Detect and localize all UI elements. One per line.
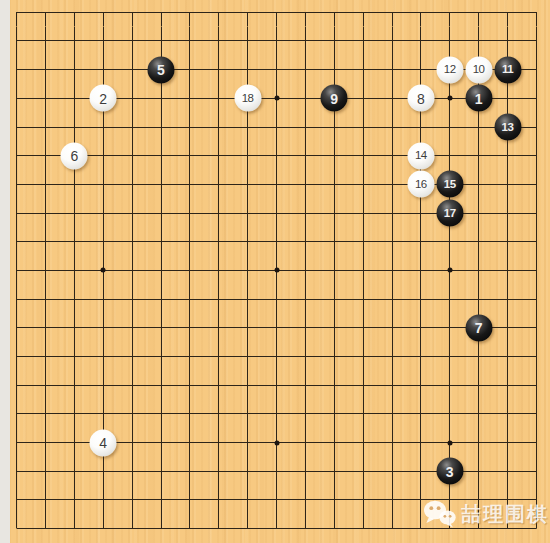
board-intersection bbox=[349, 170, 378, 199]
board-intersection bbox=[262, 428, 291, 457]
board-intersection bbox=[493, 84, 522, 113]
board-intersection bbox=[89, 141, 118, 170]
move-number: 9 bbox=[330, 91, 338, 105]
board-intersection bbox=[522, 227, 550, 256]
board-intersection bbox=[349, 141, 378, 170]
board-intersection bbox=[493, 141, 522, 170]
board-intersection bbox=[349, 113, 378, 142]
board-intersection bbox=[31, 428, 60, 457]
board-intersection bbox=[435, 84, 464, 113]
board-intersection bbox=[262, 256, 291, 285]
board-intersection bbox=[522, 285, 550, 314]
board-intersection bbox=[60, 170, 89, 199]
board-intersection bbox=[349, 84, 378, 113]
board-intersection bbox=[493, 0, 522, 27]
board-intersection bbox=[60, 55, 89, 84]
board-intersection bbox=[493, 27, 522, 56]
board-intersection bbox=[118, 227, 147, 256]
board-intersection bbox=[233, 55, 262, 84]
board-intersection: 10 bbox=[464, 55, 493, 84]
board-intersection bbox=[262, 170, 291, 199]
move-number: 13 bbox=[502, 121, 514, 133]
board-intersection bbox=[204, 141, 233, 170]
board-intersection bbox=[435, 313, 464, 342]
stone-black-3: 3 bbox=[436, 458, 463, 485]
board-intersection bbox=[175, 0, 204, 27]
board-intersection bbox=[378, 199, 407, 228]
board-intersection bbox=[262, 400, 291, 429]
board-intersection bbox=[291, 84, 320, 113]
stone-black-15: 15 bbox=[436, 171, 463, 198]
board-intersection bbox=[89, 285, 118, 314]
stone-black-17: 17 bbox=[436, 200, 463, 227]
board-intersection bbox=[291, 457, 320, 486]
board-intersection bbox=[291, 428, 320, 457]
star-point bbox=[274, 268, 279, 273]
board-intersection bbox=[378, 55, 407, 84]
board-intersection bbox=[406, 400, 435, 429]
left-margin-strip bbox=[0, 0, 10, 543]
board-intersection bbox=[204, 400, 233, 429]
wechat-icon bbox=[423, 500, 456, 528]
board-intersection bbox=[464, 27, 493, 56]
star-point bbox=[274, 440, 279, 445]
board-intersection bbox=[493, 342, 522, 371]
board-intersection: 11 bbox=[493, 55, 522, 84]
stone-white-8: 8 bbox=[407, 85, 434, 112]
board-intersection: 13 bbox=[493, 113, 522, 142]
board-intersection bbox=[522, 0, 550, 27]
board-intersection bbox=[320, 514, 349, 543]
board-intersection bbox=[464, 285, 493, 314]
board-intersection bbox=[464, 170, 493, 199]
board-intersection: 3 bbox=[435, 457, 464, 486]
board-intersection bbox=[118, 55, 147, 84]
stone-white-18: 18 bbox=[234, 85, 261, 112]
board-intersection bbox=[204, 342, 233, 371]
watermark-text: 喆理围棋 bbox=[461, 501, 549, 528]
board-intersection bbox=[291, 227, 320, 256]
move-number: 11 bbox=[502, 64, 513, 76]
board-intersection bbox=[378, 342, 407, 371]
stone-black-7: 7 bbox=[465, 314, 492, 341]
board-intersection bbox=[233, 457, 262, 486]
board-intersection bbox=[60, 486, 89, 515]
move-number: 1 bbox=[475, 91, 483, 105]
board-intersection bbox=[31, 141, 60, 170]
board-intersection bbox=[349, 256, 378, 285]
move-number: 5 bbox=[157, 63, 165, 77]
board-intersection: 8 bbox=[406, 84, 435, 113]
board-intersection bbox=[464, 141, 493, 170]
board-intersection bbox=[89, 27, 118, 56]
board-intersection bbox=[349, 400, 378, 429]
board-intersection bbox=[204, 457, 233, 486]
board-intersection bbox=[233, 400, 262, 429]
board-intersection bbox=[204, 313, 233, 342]
board-intersection bbox=[406, 313, 435, 342]
move-number: 18 bbox=[242, 93, 254, 105]
board-intersection bbox=[349, 0, 378, 27]
board-intersection bbox=[262, 199, 291, 228]
board-intersection bbox=[262, 227, 291, 256]
board-intersection bbox=[147, 0, 176, 27]
board-intersection bbox=[31, 199, 60, 228]
board-intersection bbox=[406, 227, 435, 256]
board-intersection bbox=[291, 400, 320, 429]
board-intersection bbox=[406, 199, 435, 228]
board-intersection bbox=[522, 141, 550, 170]
board-intersection: 9 bbox=[320, 84, 349, 113]
board-intersection: 7 bbox=[464, 313, 493, 342]
board-intersection bbox=[522, 457, 550, 486]
board-intersection bbox=[175, 486, 204, 515]
board-intersection bbox=[175, 113, 204, 142]
board-intersection bbox=[291, 141, 320, 170]
go-diagram: 512101121898113614161517743 喆理围棋 bbox=[0, 0, 550, 543]
board-intersection bbox=[89, 371, 118, 400]
board-intersection bbox=[493, 285, 522, 314]
board-intersection bbox=[262, 0, 291, 27]
board-intersection bbox=[493, 199, 522, 228]
board-intersection bbox=[31, 55, 60, 84]
board-intersection bbox=[233, 256, 262, 285]
board-intersection bbox=[320, 400, 349, 429]
board-intersection bbox=[262, 113, 291, 142]
board-intersection bbox=[349, 313, 378, 342]
stone-white-4: 4 bbox=[90, 429, 117, 456]
board-intersection bbox=[320, 256, 349, 285]
board-intersection bbox=[320, 457, 349, 486]
stone-black-5: 5 bbox=[148, 56, 175, 83]
board-intersection bbox=[147, 371, 176, 400]
board-intersection bbox=[204, 514, 233, 543]
board-intersection bbox=[522, 371, 550, 400]
board-intersection bbox=[349, 371, 378, 400]
board-intersection bbox=[378, 285, 407, 314]
board-intersection bbox=[262, 371, 291, 400]
board-intersection bbox=[233, 428, 262, 457]
board-intersection bbox=[435, 428, 464, 457]
board-intersection bbox=[31, 227, 60, 256]
board-intersection bbox=[175, 256, 204, 285]
board-intersection bbox=[320, 141, 349, 170]
board-intersection bbox=[233, 0, 262, 27]
move-number: 10 bbox=[473, 64, 485, 76]
board-intersection bbox=[147, 27, 176, 56]
board-intersection bbox=[464, 342, 493, 371]
board-intersection bbox=[378, 457, 407, 486]
board-intersection bbox=[175, 27, 204, 56]
board-intersection bbox=[147, 400, 176, 429]
board-intersection bbox=[435, 141, 464, 170]
board-intersection bbox=[175, 313, 204, 342]
board-intersection bbox=[118, 371, 147, 400]
board-intersection bbox=[60, 113, 89, 142]
board-intersection bbox=[406, 371, 435, 400]
board-intersection bbox=[60, 0, 89, 27]
board-intersection bbox=[406, 113, 435, 142]
board-intersection bbox=[493, 428, 522, 457]
board-intersection bbox=[204, 227, 233, 256]
board-intersection bbox=[60, 313, 89, 342]
stone-black-1: 1 bbox=[465, 85, 492, 112]
move-number: 7 bbox=[475, 321, 483, 335]
board-intersection bbox=[175, 342, 204, 371]
board-intersection bbox=[378, 141, 407, 170]
board-intersection bbox=[60, 285, 89, 314]
board-intersection: 6 bbox=[60, 141, 89, 170]
board-intersection bbox=[233, 113, 262, 142]
board-intersection bbox=[349, 285, 378, 314]
board-intersection bbox=[320, 371, 349, 400]
go-board: 512101121898113614161517743 bbox=[2, 0, 550, 543]
board-intersection bbox=[233, 313, 262, 342]
star-point bbox=[447, 268, 452, 273]
board-intersection bbox=[464, 428, 493, 457]
board-intersection bbox=[175, 55, 204, 84]
board-intersection bbox=[118, 313, 147, 342]
move-number: 12 bbox=[444, 64, 456, 76]
board-intersection bbox=[175, 199, 204, 228]
move-number: 16 bbox=[415, 179, 427, 191]
board-intersection bbox=[233, 285, 262, 314]
board-intersection bbox=[89, 113, 118, 142]
board-intersection bbox=[175, 514, 204, 543]
board-intersection bbox=[493, 256, 522, 285]
stone-white-14: 14 bbox=[407, 142, 434, 169]
board-intersection: 2 bbox=[89, 84, 118, 113]
board-intersection bbox=[118, 170, 147, 199]
board-intersection bbox=[262, 285, 291, 314]
board-intersection bbox=[204, 486, 233, 515]
board-intersection bbox=[89, 227, 118, 256]
board-intersection bbox=[204, 371, 233, 400]
board-intersection bbox=[291, 313, 320, 342]
board-intersection bbox=[233, 141, 262, 170]
board-intersection bbox=[406, 285, 435, 314]
board-intersection bbox=[349, 486, 378, 515]
board-intersection bbox=[204, 170, 233, 199]
board-intersection bbox=[233, 199, 262, 228]
board-intersection: 14 bbox=[406, 141, 435, 170]
move-number: 15 bbox=[444, 179, 456, 191]
board-intersection: 15 bbox=[435, 170, 464, 199]
move-number: 14 bbox=[415, 150, 427, 162]
board-intersection: 12 bbox=[435, 55, 464, 84]
board-intersection: 16 bbox=[406, 170, 435, 199]
board-intersection bbox=[522, 256, 550, 285]
board-intersection bbox=[493, 371, 522, 400]
stone-white-6: 6 bbox=[61, 142, 88, 169]
board-intersection bbox=[349, 514, 378, 543]
board-intersection bbox=[522, 170, 550, 199]
board-intersection bbox=[31, 113, 60, 142]
board-intersection bbox=[378, 514, 407, 543]
board-intersection bbox=[31, 486, 60, 515]
board-intersection bbox=[406, 256, 435, 285]
board-intersection bbox=[291, 113, 320, 142]
board-intersection bbox=[60, 27, 89, 56]
board-intersection bbox=[291, 199, 320, 228]
board-intersection bbox=[262, 342, 291, 371]
stone-white-2: 2 bbox=[90, 85, 117, 112]
board-intersection: 4 bbox=[89, 428, 118, 457]
move-number: 6 bbox=[70, 149, 78, 163]
board-intersection bbox=[522, 199, 550, 228]
board-intersection bbox=[435, 27, 464, 56]
board-intersection bbox=[349, 227, 378, 256]
board-intersection bbox=[378, 313, 407, 342]
board-intersection bbox=[89, 199, 118, 228]
board-intersection bbox=[118, 113, 147, 142]
board-intersection bbox=[175, 371, 204, 400]
board-intersection bbox=[204, 27, 233, 56]
board-intersection bbox=[464, 199, 493, 228]
board-intersection bbox=[493, 400, 522, 429]
board-intersection bbox=[349, 27, 378, 56]
board-intersection bbox=[118, 285, 147, 314]
board-intersection bbox=[291, 55, 320, 84]
board-intersection bbox=[320, 428, 349, 457]
board-intersection bbox=[89, 486, 118, 515]
board-intersection bbox=[320, 199, 349, 228]
board-intersection bbox=[204, 199, 233, 228]
board-intersection bbox=[175, 285, 204, 314]
board-intersection: 1 bbox=[464, 84, 493, 113]
board-intersection bbox=[378, 113, 407, 142]
board-intersection bbox=[522, 27, 550, 56]
board-intersection bbox=[204, 428, 233, 457]
board-intersection bbox=[89, 342, 118, 371]
board-intersection bbox=[31, 400, 60, 429]
board-intersection bbox=[349, 342, 378, 371]
board-intersection bbox=[378, 428, 407, 457]
board-intersection bbox=[522, 400, 550, 429]
board-intersection bbox=[378, 256, 407, 285]
board-intersection bbox=[233, 371, 262, 400]
board-intersection bbox=[464, 113, 493, 142]
board-intersection bbox=[262, 141, 291, 170]
board-intersection bbox=[522, 313, 550, 342]
star-point bbox=[274, 96, 279, 101]
board-intersection bbox=[320, 227, 349, 256]
board-intersection bbox=[118, 141, 147, 170]
board-intersection bbox=[378, 486, 407, 515]
board-intersection bbox=[320, 55, 349, 84]
board-intersection bbox=[31, 256, 60, 285]
board-intersection bbox=[204, 113, 233, 142]
board-intersection bbox=[31, 0, 60, 27]
board-intersection bbox=[406, 0, 435, 27]
board-intersection bbox=[60, 514, 89, 543]
board-intersection: 5 bbox=[147, 55, 176, 84]
board-intersection bbox=[31, 84, 60, 113]
board-intersection bbox=[175, 227, 204, 256]
board-intersection bbox=[147, 141, 176, 170]
board-intersection bbox=[493, 227, 522, 256]
board-intersection bbox=[60, 400, 89, 429]
board-intersection bbox=[60, 84, 89, 113]
board-intersection: 18 bbox=[233, 84, 262, 113]
board-intersection bbox=[60, 428, 89, 457]
watermark: 喆理围棋 bbox=[423, 500, 549, 528]
board-intersection bbox=[464, 256, 493, 285]
board-intersection bbox=[464, 0, 493, 27]
board-intersection bbox=[233, 514, 262, 543]
board-intersection bbox=[349, 199, 378, 228]
board-intersection bbox=[522, 428, 550, 457]
board-intersection bbox=[147, 486, 176, 515]
board-intersection bbox=[147, 313, 176, 342]
board-intersection bbox=[291, 342, 320, 371]
board-intersection bbox=[118, 0, 147, 27]
board-intersection bbox=[175, 170, 204, 199]
board-intersection bbox=[320, 342, 349, 371]
board-intersection bbox=[406, 55, 435, 84]
board-intersection bbox=[406, 342, 435, 371]
move-number: 8 bbox=[417, 91, 425, 105]
board-intersection bbox=[147, 514, 176, 543]
board-intersection bbox=[204, 285, 233, 314]
board-intersection bbox=[118, 400, 147, 429]
board-intersection bbox=[378, 170, 407, 199]
board-intersection bbox=[291, 170, 320, 199]
board-intersection bbox=[320, 113, 349, 142]
board-intersection bbox=[233, 227, 262, 256]
board-intersection bbox=[349, 457, 378, 486]
move-number: 17 bbox=[444, 207, 456, 219]
star-point bbox=[447, 96, 452, 101]
board-intersection bbox=[522, 342, 550, 371]
star-point bbox=[101, 268, 106, 273]
board-intersection bbox=[118, 457, 147, 486]
board-intersection bbox=[118, 428, 147, 457]
board-intersection bbox=[262, 84, 291, 113]
stone-black-11: 11 bbox=[494, 56, 521, 83]
board-intersection bbox=[89, 400, 118, 429]
board-intersection bbox=[233, 27, 262, 56]
board-intersection bbox=[262, 313, 291, 342]
board-intersection bbox=[175, 457, 204, 486]
stone-black-13: 13 bbox=[494, 114, 521, 141]
board-intersection bbox=[320, 27, 349, 56]
board-intersection: 17 bbox=[435, 199, 464, 228]
board-intersection bbox=[31, 371, 60, 400]
board-intersection bbox=[118, 84, 147, 113]
board-intersection bbox=[435, 400, 464, 429]
board-intersection bbox=[147, 285, 176, 314]
board-intersection bbox=[31, 285, 60, 314]
board-intersection bbox=[291, 256, 320, 285]
board-intersection bbox=[89, 313, 118, 342]
board-intersection bbox=[89, 457, 118, 486]
board-intersection bbox=[320, 285, 349, 314]
board-intersection bbox=[262, 486, 291, 515]
board-intersection bbox=[435, 371, 464, 400]
board-intersection bbox=[522, 55, 550, 84]
board-intersection bbox=[464, 371, 493, 400]
board-intersection bbox=[291, 514, 320, 543]
board-intersection bbox=[60, 256, 89, 285]
board-intersection bbox=[378, 227, 407, 256]
board-intersection bbox=[60, 199, 89, 228]
board-intersection bbox=[435, 0, 464, 27]
board-intersection bbox=[378, 371, 407, 400]
board-intersection bbox=[147, 170, 176, 199]
board-intersection bbox=[291, 371, 320, 400]
board-intersection bbox=[175, 141, 204, 170]
